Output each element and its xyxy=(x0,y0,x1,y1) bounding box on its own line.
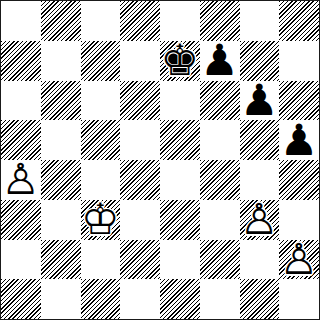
square-a7[interactable] xyxy=(1,41,41,81)
square-a2[interactable] xyxy=(1,240,41,280)
square-g6[interactable]: ♟♟ xyxy=(240,81,280,121)
square-b3[interactable] xyxy=(41,200,81,240)
black-king[interactable]: ♚ xyxy=(160,41,200,81)
square-b1[interactable] xyxy=(41,279,81,319)
square-d7[interactable] xyxy=(120,41,160,81)
square-a8[interactable] xyxy=(1,1,41,41)
square-b7[interactable] xyxy=(41,41,81,81)
square-h5[interactable]: ♟♟ xyxy=(279,120,319,160)
square-h7[interactable] xyxy=(279,41,319,81)
white-pawn[interactable]: ♙ xyxy=(240,200,280,240)
black-pawn[interactable]: ♟ xyxy=(200,41,240,81)
square-g2[interactable] xyxy=(240,240,280,280)
square-e5[interactable] xyxy=(160,120,200,160)
square-d4[interactable] xyxy=(120,160,160,200)
square-d3[interactable] xyxy=(120,200,160,240)
square-d1[interactable] xyxy=(120,279,160,319)
square-a6[interactable] xyxy=(1,81,41,121)
square-d6[interactable] xyxy=(120,81,160,121)
square-f3[interactable] xyxy=(200,200,240,240)
square-c8[interactable] xyxy=(81,1,121,41)
square-f2[interactable] xyxy=(200,240,240,280)
square-b6[interactable] xyxy=(41,81,81,121)
square-g3[interactable]: ♟♙ xyxy=(240,200,280,240)
square-h1[interactable] xyxy=(279,279,319,319)
white-king[interactable]: ♔ xyxy=(81,200,121,240)
square-h4[interactable] xyxy=(279,160,319,200)
square-c2[interactable] xyxy=(81,240,121,280)
square-h2[interactable]: ♟♙ xyxy=(279,240,319,280)
square-f5[interactable] xyxy=(200,120,240,160)
square-b5[interactable] xyxy=(41,120,81,160)
square-d5[interactable] xyxy=(120,120,160,160)
square-g5[interactable] xyxy=(240,120,280,160)
square-f6[interactable] xyxy=(200,81,240,121)
white-pawn[interactable]: ♙ xyxy=(279,240,319,280)
square-e4[interactable] xyxy=(160,160,200,200)
square-f1[interactable] xyxy=(200,279,240,319)
square-e2[interactable] xyxy=(160,240,200,280)
square-c1[interactable] xyxy=(81,279,121,319)
square-e1[interactable] xyxy=(160,279,200,319)
square-g8[interactable] xyxy=(240,1,280,41)
square-f4[interactable] xyxy=(200,160,240,200)
square-c3[interactable]: ♚♔ xyxy=(81,200,121,240)
black-pawn[interactable]: ♟ xyxy=(240,81,280,121)
white-pawn[interactable]: ♙ xyxy=(1,160,41,200)
square-b4[interactable] xyxy=(41,160,81,200)
square-e6[interactable] xyxy=(160,81,200,121)
square-h8[interactable] xyxy=(279,1,319,41)
square-a4[interactable]: ♟♙ xyxy=(1,160,41,200)
square-c5[interactable] xyxy=(81,120,121,160)
black-pawn[interactable]: ♟ xyxy=(279,120,319,160)
square-d8[interactable] xyxy=(120,1,160,41)
square-b2[interactable] xyxy=(41,240,81,280)
square-e7[interactable]: ♚♚ xyxy=(160,41,200,81)
chess-board: ♚♚♟♟♟♟♟♟♟♙♚♔♟♙♟♙ xyxy=(0,0,320,320)
square-c7[interactable] xyxy=(81,41,121,81)
square-g1[interactable] xyxy=(240,279,280,319)
square-a3[interactable] xyxy=(1,200,41,240)
square-b8[interactable] xyxy=(41,1,81,41)
square-c6[interactable] xyxy=(81,81,121,121)
square-d2[interactable] xyxy=(120,240,160,280)
square-e3[interactable] xyxy=(160,200,200,240)
square-a1[interactable] xyxy=(1,279,41,319)
square-f7[interactable]: ♟♟ xyxy=(200,41,240,81)
